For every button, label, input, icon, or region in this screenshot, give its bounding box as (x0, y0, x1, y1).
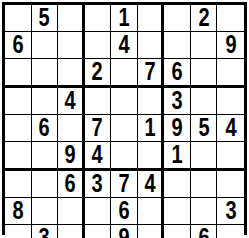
given-digit: 6 (12, 32, 23, 58)
cell-r8c5[interactable]: 6 (111, 198, 138, 225)
cell-r5c5[interactable] (111, 115, 138, 142)
cell-r3c2[interactable] (32, 59, 59, 88)
given-digit: 6 (64, 171, 75, 197)
cell-r2c2[interactable] (32, 32, 59, 59)
cell-r8c7[interactable] (164, 198, 191, 225)
cell-r3c1[interactable] (5, 59, 32, 88)
cell-r5c4[interactable]: 7 (85, 115, 112, 142)
cell-r3c8[interactable] (191, 59, 218, 88)
cell-r6c3[interactable]: 9 (58, 142, 85, 171)
cell-r5c9[interactable]: 4 (217, 115, 244, 142)
given-digit: 8 (12, 198, 23, 224)
cell-r7c8[interactable] (191, 171, 218, 198)
cell-r4c4[interactable] (85, 88, 112, 115)
cell-r3c9[interactable] (217, 59, 244, 88)
cell-r3c6[interactable]: 7 (138, 59, 165, 88)
cell-r1c8[interactable]: 2 (191, 5, 218, 32)
cell-r7c3[interactable]: 6 (58, 171, 85, 198)
cell-r3c5[interactable] (111, 59, 138, 88)
cell-r3c7[interactable]: 6 (164, 59, 191, 88)
cell-r6c4[interactable]: 4 (85, 142, 112, 171)
cell-r8c1[interactable]: 8 (5, 198, 32, 225)
cell-r9c5[interactable]: 9 (111, 225, 138, 238)
cell-r3c3[interactable] (58, 59, 85, 88)
cell-r9c1[interactable] (5, 225, 32, 238)
given-digit: 2 (198, 5, 209, 31)
cell-r1c7[interactable] (164, 5, 191, 32)
given-digit: 1 (144, 115, 155, 141)
cell-r5c8[interactable]: 5 (191, 115, 218, 142)
given-digit: 5 (39, 5, 50, 31)
given-digit: 6 (118, 198, 129, 224)
cell-r8c9[interactable]: 3 (217, 198, 244, 225)
cell-r8c6[interactable] (138, 198, 165, 225)
cell-r2c8[interactable] (191, 32, 218, 59)
given-digit: 1 (172, 142, 183, 168)
cell-r9c7[interactable] (164, 225, 191, 238)
given-digit: 6 (39, 115, 50, 141)
cell-r7c7[interactable] (164, 171, 191, 198)
cell-r7c4[interactable]: 3 (85, 171, 112, 198)
cell-r5c3[interactable] (58, 115, 85, 142)
cell-r6c2[interactable] (32, 142, 59, 171)
cell-r9c3[interactable] (58, 225, 85, 238)
cell-r7c9[interactable] (217, 171, 244, 198)
cell-r2c9[interactable]: 9 (217, 32, 244, 59)
cell-r4c6[interactable] (138, 88, 165, 115)
given-digit: 3 (225, 198, 236, 224)
cell-r4c3[interactable]: 4 (58, 88, 85, 115)
cell-r3c4[interactable]: 2 (85, 59, 112, 88)
cell-r9c2[interactable]: 3 (32, 225, 59, 238)
given-digit: 4 (118, 32, 129, 58)
cell-r6c8[interactable] (191, 142, 218, 171)
given-digit: 7 (144, 59, 155, 85)
given-digit: 9 (64, 142, 75, 168)
given-digit: 3 (172, 88, 183, 114)
cell-r5c1[interactable] (5, 115, 32, 142)
given-digit: 3 (39, 225, 50, 238)
cell-r4c1[interactable] (5, 88, 32, 115)
cell-r4c2[interactable] (32, 88, 59, 115)
cell-r6c6[interactable] (138, 142, 165, 171)
cell-r9c4[interactable] (85, 225, 112, 238)
cell-r1c3[interactable] (58, 5, 85, 32)
cell-r1c1[interactable] (5, 5, 32, 32)
cell-r9c8[interactable]: 6 (191, 225, 218, 238)
cell-r2c1[interactable]: 6 (5, 32, 32, 59)
cell-r4c8[interactable] (191, 88, 218, 115)
cell-r2c7[interactable] (164, 32, 191, 59)
given-digit: 9 (172, 115, 183, 141)
given-digit: 5 (198, 115, 209, 141)
sudoku-board: 512649276436719549416374863396 (2, 2, 247, 235)
given-digit: 3 (92, 171, 103, 197)
cell-r5c7[interactable]: 9 (164, 115, 191, 142)
cell-r9c6[interactable] (138, 225, 165, 238)
cell-r6c9[interactable] (217, 142, 244, 171)
given-digit: 9 (225, 32, 236, 58)
cell-r8c2[interactable] (32, 198, 59, 225)
given-digit: 4 (64, 88, 75, 114)
given-digit: 7 (118, 171, 129, 197)
given-digit: 6 (172, 59, 183, 85)
given-digit: 2 (92, 59, 103, 85)
cell-r4c5[interactable] (111, 88, 138, 115)
cell-r9c9[interactable] (217, 225, 244, 238)
cell-r4c9[interactable] (217, 88, 244, 115)
cell-r2c4[interactable] (85, 32, 112, 59)
given-digit: 1 (118, 5, 129, 31)
cell-r6c5[interactable] (111, 142, 138, 171)
sudoku-screenshot: 512649276436719549416374863396 (0, 0, 249, 238)
cell-r2c5[interactable]: 4 (111, 32, 138, 59)
cell-r6c7[interactable]: 1 (164, 142, 191, 171)
cell-r2c6[interactable] (138, 32, 165, 59)
cell-r2c3[interactable] (58, 32, 85, 59)
cell-r6c1[interactable] (5, 142, 32, 171)
cell-r7c1[interactable] (5, 171, 32, 198)
cell-r7c5[interactable]: 7 (111, 171, 138, 198)
cell-r1c4[interactable] (85, 5, 112, 32)
cell-r1c6[interactable] (138, 5, 165, 32)
given-digit: 7 (92, 115, 103, 141)
cell-r8c4[interactable] (85, 198, 112, 225)
cell-r8c8[interactable] (191, 198, 218, 225)
given-digit: 4 (92, 142, 103, 168)
cell-r4c7[interactable]: 3 (164, 88, 191, 115)
cell-r1c2[interactable]: 5 (32, 5, 59, 32)
cell-r8c3[interactable] (58, 198, 85, 225)
given-digit: 9 (118, 225, 129, 238)
given-digit: 4 (225, 115, 236, 141)
cell-r1c5[interactable]: 1 (111, 5, 138, 32)
cell-r1c9[interactable] (217, 5, 244, 32)
cell-r5c6[interactable]: 1 (138, 115, 165, 142)
cell-r5c2[interactable]: 6 (32, 115, 59, 142)
cell-r7c2[interactable] (32, 171, 59, 198)
given-digit: 4 (144, 171, 155, 197)
given-digit: 6 (198, 225, 209, 238)
cell-r7c6[interactable]: 4 (138, 171, 165, 198)
